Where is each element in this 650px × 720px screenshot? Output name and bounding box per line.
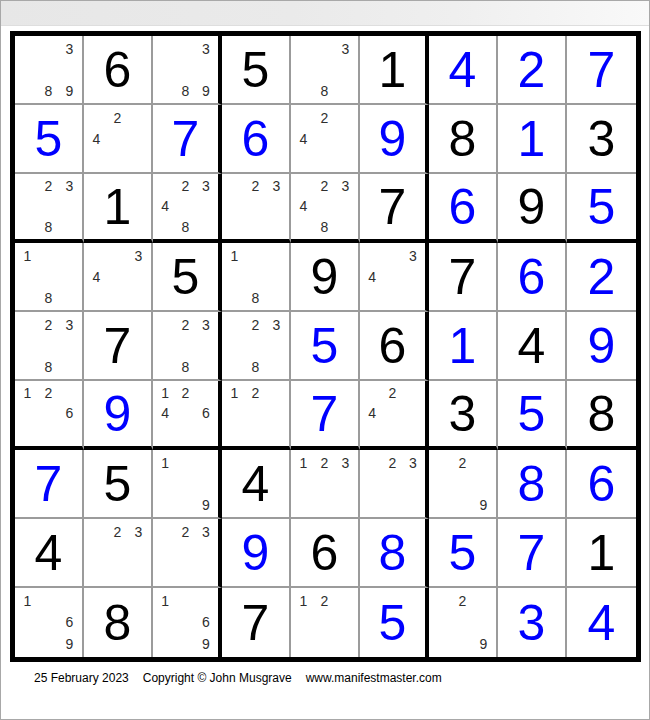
cell-r6c4[interactable]: 12 xyxy=(222,381,291,450)
solved-digit: 9 xyxy=(379,114,407,164)
cell-r4c1[interactable]: 18 xyxy=(15,243,84,312)
candidates-grid: 23 xyxy=(86,521,149,584)
cell-r6c8[interactable]: 5 xyxy=(498,381,567,450)
candidate-digit: 2 xyxy=(452,452,473,473)
footer-copyright: Copyright © John Musgrave xyxy=(143,671,292,685)
candidates-grid: 1246 xyxy=(155,383,216,444)
candidate-digit: 1 xyxy=(17,245,38,266)
cell-r9c8[interactable]: 3 xyxy=(498,588,567,657)
cell-r2c4[interactable]: 6 xyxy=(222,105,291,174)
cell-r1c9[interactable]: 7 xyxy=(567,36,636,105)
cell-r1c8[interactable]: 2 xyxy=(498,36,567,105)
candidate-digit: 2 xyxy=(382,452,402,473)
candidate-digit: 3 xyxy=(266,314,287,335)
candidate-digit: 3 xyxy=(128,521,149,542)
candidate-digit: 2 xyxy=(245,383,266,403)
cell-r2c9[interactable]: 3 xyxy=(567,105,636,174)
cell-r6c2[interactable]: 9 xyxy=(84,381,153,450)
candidate-digit: 3 xyxy=(196,38,216,59)
candidate-digit: 3 xyxy=(335,38,356,59)
solved-digit: 9 xyxy=(242,528,270,578)
cell-r2c3[interactable]: 7 xyxy=(153,105,222,174)
candidate-digit: 8 xyxy=(175,217,195,237)
candidates-grid: 34 xyxy=(86,245,149,308)
cell-r5c5[interactable]: 5 xyxy=(291,312,360,381)
cell-r3c2[interactable]: 1 xyxy=(84,174,153,243)
candidates-grid: 238 xyxy=(155,314,216,377)
candidates-grid: 389 xyxy=(17,38,80,101)
candidate-digit: 9 xyxy=(59,633,80,655)
solved-digit: 7 xyxy=(35,459,63,509)
candidate-digit: 1 xyxy=(224,383,245,403)
cell-r7c9[interactable]: 6 xyxy=(567,450,636,519)
solved-digit: 6 xyxy=(449,182,477,232)
cell-r2c2[interactable]: 24 xyxy=(84,105,153,174)
cell-r5c3[interactable]: 238 xyxy=(153,312,222,381)
candidates-grid: 18 xyxy=(17,245,80,308)
cell-r9c5[interactable]: 12 xyxy=(291,588,360,657)
candidate-digit: 4 xyxy=(86,128,107,149)
cell-r9c9[interactable]: 4 xyxy=(567,588,636,657)
candidate-digit: 8 xyxy=(38,287,59,308)
solved-digit: 7 xyxy=(588,45,616,95)
cell-r8c1[interactable]: 4 xyxy=(15,519,84,588)
cell-r7c4[interactable]: 4 xyxy=(222,450,291,519)
cell-r4c7[interactable]: 7 xyxy=(429,243,498,312)
cell-r3c6[interactable]: 7 xyxy=(360,174,429,243)
candidate-digit: 3 xyxy=(266,176,287,196)
candidate-digit: 4 xyxy=(155,403,175,423)
candidate-digit: 8 xyxy=(175,80,195,101)
candidate-digit: 8 xyxy=(38,80,59,101)
sudoku-board: 3896389538142752476249813238123482323487… xyxy=(10,31,641,662)
candidate-digit: 3 xyxy=(335,452,356,473)
given-digit: 3 xyxy=(449,389,477,439)
candidates-grid: 19 xyxy=(155,452,216,515)
candidates-grid: 169 xyxy=(155,590,216,655)
candidates-grid: 126 xyxy=(17,383,80,444)
cell-r9c7[interactable]: 29 xyxy=(429,588,498,657)
candidate-digit: 2 xyxy=(175,521,195,542)
cell-r8c8[interactable]: 7 xyxy=(498,519,567,588)
given-digit: 5 xyxy=(172,252,200,302)
candidate-digit: 3 xyxy=(335,176,356,196)
candidate-digit: 9 xyxy=(196,80,216,101)
cell-r8c9[interactable]: 1 xyxy=(567,519,636,588)
candidate-digit: 2 xyxy=(314,107,335,128)
candidates-grid: 238 xyxy=(224,314,287,377)
solved-digit: 9 xyxy=(588,321,616,371)
candidate-digit: 9 xyxy=(473,633,494,655)
candidate-digit: 4 xyxy=(293,196,314,216)
candidate-digit: 3 xyxy=(403,452,423,473)
cell-r2c1[interactable]: 5 xyxy=(15,105,84,174)
candidates-grid: 23 xyxy=(155,521,216,584)
candidate-digit: 3 xyxy=(403,245,423,266)
solved-digit: 6 xyxy=(242,114,270,164)
cell-r2c5[interactable]: 24 xyxy=(291,105,360,174)
cell-r1c3[interactable]: 389 xyxy=(153,36,222,105)
given-digit: 5 xyxy=(242,45,270,95)
solved-digit: 5 xyxy=(449,528,477,578)
cell-r8c7[interactable]: 5 xyxy=(429,519,498,588)
candidates-grid: 24 xyxy=(362,383,423,444)
candidates-grid: 23 xyxy=(362,452,423,515)
solved-digit: 5 xyxy=(588,182,616,232)
candidate-digit: 2 xyxy=(107,521,128,542)
cell-r9c6[interactable]: 5 xyxy=(360,588,429,657)
given-digit: 6 xyxy=(104,45,132,95)
candidate-digit: 3 xyxy=(59,38,80,59)
solved-digit: 1 xyxy=(518,114,546,164)
candidate-digit: 1 xyxy=(293,590,314,612)
candidate-digit: 1 xyxy=(17,383,38,403)
cell-r8c5[interactable]: 6 xyxy=(291,519,360,588)
cell-r5c9[interactable]: 9 xyxy=(567,312,636,381)
cell-r4c8[interactable]: 6 xyxy=(498,243,567,312)
candidate-digit: 3 xyxy=(196,314,216,335)
solved-digit: 5 xyxy=(35,114,63,164)
cell-r4c4[interactable]: 18 xyxy=(222,243,291,312)
candidate-digit: 9 xyxy=(196,633,216,655)
website-url: www.manifestmaster.com xyxy=(306,671,442,685)
cell-r6c1[interactable]: 126 xyxy=(15,381,84,450)
cell-r7c3[interactable]: 19 xyxy=(153,450,222,519)
cell-r4c3[interactable]: 5 xyxy=(153,243,222,312)
solved-digit: 8 xyxy=(518,459,546,509)
solved-digit: 5 xyxy=(379,598,407,648)
solved-digit: 6 xyxy=(588,459,616,509)
candidate-digit: 3 xyxy=(59,176,80,196)
candidate-digit: 2 xyxy=(245,176,266,196)
given-digit: 7 xyxy=(379,182,407,232)
cell-r1c5[interactable]: 38 xyxy=(291,36,360,105)
candidate-digit: 2 xyxy=(175,176,195,196)
given-digit: 1 xyxy=(104,182,132,232)
given-digit: 4 xyxy=(35,528,63,578)
cell-r1c2[interactable]: 6 xyxy=(84,36,153,105)
candidate-digit: 2 xyxy=(107,107,128,128)
candidate-digit: 1 xyxy=(155,383,175,403)
solved-digit: 9 xyxy=(104,389,132,439)
given-digit: 8 xyxy=(588,389,616,439)
given-digit: 7 xyxy=(449,252,477,302)
given-digit: 7 xyxy=(242,598,270,648)
footer-date: 25 February 2023 xyxy=(34,671,129,685)
solved-digit: 5 xyxy=(518,389,546,439)
given-digit: 8 xyxy=(104,598,132,648)
given-digit: 7 xyxy=(104,321,132,371)
solved-digit: 3 xyxy=(518,598,546,648)
candidate-digit: 1 xyxy=(224,245,245,266)
cell-r1c4[interactable]: 5 xyxy=(222,36,291,105)
cell-r9c3[interactable]: 169 xyxy=(153,588,222,657)
candidate-digit: 4 xyxy=(155,196,175,216)
candidates-grid: 12 xyxy=(224,383,287,444)
given-digit: 8 xyxy=(449,114,477,164)
candidate-digit: 3 xyxy=(128,245,149,266)
solved-digit: 2 xyxy=(518,45,546,95)
candidate-digit: 2 xyxy=(175,314,195,335)
candidate-digit: 6 xyxy=(59,403,80,423)
solved-digit: 7 xyxy=(518,528,546,578)
solved-digit: 4 xyxy=(449,45,477,95)
sudoku-page: 3896389538142752476249813238123482323487… xyxy=(0,0,650,720)
cell-r3c9[interactable]: 5 xyxy=(567,174,636,243)
solved-digit: 1 xyxy=(449,321,477,371)
candidate-digit: 8 xyxy=(38,356,59,377)
solved-digit: 6 xyxy=(518,252,546,302)
cell-r7c5[interactable]: 123 xyxy=(291,450,360,519)
cell-r3c5[interactable]: 2348 xyxy=(291,174,360,243)
cell-r6c3[interactable]: 1246 xyxy=(153,381,222,450)
candidates-grid: 29 xyxy=(431,590,494,655)
candidates-grid: 29 xyxy=(431,452,494,515)
candidate-digit: 2 xyxy=(38,314,59,335)
cell-r8c6[interactable]: 8 xyxy=(360,519,429,588)
given-digit: 9 xyxy=(311,252,339,302)
cell-r5c7[interactable]: 1 xyxy=(429,312,498,381)
cell-r7c6[interactable]: 23 xyxy=(360,450,429,519)
solved-digit: 2 xyxy=(588,252,616,302)
cell-r5c4[interactable]: 238 xyxy=(222,312,291,381)
solved-digit: 4 xyxy=(588,598,616,648)
candidates-grid: 238 xyxy=(17,176,80,237)
candidate-digit: 1 xyxy=(155,452,175,473)
candidate-digit: 3 xyxy=(196,176,216,196)
cell-r7c1[interactable]: 7 xyxy=(15,450,84,519)
candidate-digit: 2 xyxy=(38,383,59,403)
cell-r4c2[interactable]: 34 xyxy=(84,243,153,312)
given-digit: 4 xyxy=(518,321,546,371)
candidates-grid: 2348 xyxy=(293,176,356,237)
candidates-grid: 2348 xyxy=(155,176,216,237)
candidate-digit: 8 xyxy=(245,356,266,377)
candidate-digit: 9 xyxy=(196,494,216,515)
candidate-digit: 1 xyxy=(17,590,38,612)
candidates-grid: 238 xyxy=(17,314,80,377)
candidate-digit: 6 xyxy=(59,612,80,634)
cell-r6c6[interactable]: 24 xyxy=(360,381,429,450)
cell-r7c7[interactable]: 29 xyxy=(429,450,498,519)
cell-r4c5[interactable]: 9 xyxy=(291,243,360,312)
candidates-grid: 24 xyxy=(293,107,356,170)
candidate-digit: 8 xyxy=(245,287,266,308)
candidates-grid: 123 xyxy=(293,452,356,515)
cell-r3c1[interactable]: 238 xyxy=(15,174,84,243)
cell-r4c6[interactable]: 34 xyxy=(360,243,429,312)
candidate-digit: 8 xyxy=(175,356,195,377)
candidate-digit: 4 xyxy=(362,266,382,287)
cell-r2c7[interactable]: 8 xyxy=(429,105,498,174)
cell-r3c3[interactable]: 2348 xyxy=(153,174,222,243)
candidate-digit: 2 xyxy=(175,383,195,403)
cell-r6c7[interactable]: 3 xyxy=(429,381,498,450)
candidates-grid: 12 xyxy=(293,590,356,655)
candidate-digit: 2 xyxy=(245,314,266,335)
cell-r7c8[interactable]: 8 xyxy=(498,450,567,519)
cell-r1c7[interactable]: 4 xyxy=(429,36,498,105)
cell-r9c2[interactable]: 8 xyxy=(84,588,153,657)
candidate-digit: 1 xyxy=(293,452,314,473)
candidate-digit: 3 xyxy=(59,314,80,335)
candidate-digit: 9 xyxy=(473,494,494,515)
cell-r2c6[interactable]: 9 xyxy=(360,105,429,174)
candidate-digit: 6 xyxy=(196,612,216,634)
window-header-bar xyxy=(1,1,649,26)
given-digit: 1 xyxy=(588,528,616,578)
candidate-digit: 3 xyxy=(196,521,216,542)
candidate-digit: 2 xyxy=(314,452,335,473)
cell-r3c4[interactable]: 23 xyxy=(222,174,291,243)
candidates-grid: 18 xyxy=(224,245,287,308)
solved-digit: 8 xyxy=(379,528,407,578)
given-digit: 5 xyxy=(104,459,132,509)
candidate-digit: 9 xyxy=(59,80,80,101)
candidate-digit: 1 xyxy=(155,590,175,612)
candidate-digit: 8 xyxy=(314,80,335,101)
solved-digit: 5 xyxy=(311,321,339,371)
candidate-digit: 2 xyxy=(38,176,59,196)
candidate-digit: 2 xyxy=(382,383,402,403)
candidate-digit: 6 xyxy=(196,403,216,423)
solved-digit: 7 xyxy=(311,389,339,439)
cell-r3c7[interactable]: 6 xyxy=(429,174,498,243)
cell-r8c4[interactable]: 9 xyxy=(222,519,291,588)
cell-r5c2[interactable]: 7 xyxy=(84,312,153,381)
given-digit: 9 xyxy=(518,182,546,232)
cell-r9c1[interactable]: 169 xyxy=(15,588,84,657)
candidate-digit: 2 xyxy=(452,590,473,612)
solved-digit: 7 xyxy=(172,114,200,164)
cell-r3c8[interactable]: 9 xyxy=(498,174,567,243)
candidate-digit: 4 xyxy=(86,266,107,287)
cell-r8c3[interactable]: 23 xyxy=(153,519,222,588)
given-digit: 1 xyxy=(379,45,407,95)
candidates-grid: 34 xyxy=(362,245,423,308)
given-digit: 6 xyxy=(379,321,407,371)
cell-r6c9[interactable]: 8 xyxy=(567,381,636,450)
candidates-grid: 38 xyxy=(293,38,356,101)
candidate-digit: 2 xyxy=(314,590,335,612)
cell-r5c1[interactable]: 238 xyxy=(15,312,84,381)
candidates-grid: 169 xyxy=(17,590,80,655)
candidates-grid: 24 xyxy=(86,107,149,170)
cell-r5c8[interactable]: 4 xyxy=(498,312,567,381)
cell-r6c5[interactable]: 7 xyxy=(291,381,360,450)
given-digit: 6 xyxy=(311,528,339,578)
cell-r9c4[interactable]: 7 xyxy=(222,588,291,657)
cell-r1c6[interactable]: 1 xyxy=(360,36,429,105)
candidates-grid: 389 xyxy=(155,38,216,101)
candidates-grid: 23 xyxy=(224,176,287,237)
footer: 25 February 2023 Copyright © John Musgra… xyxy=(34,671,442,685)
candidate-digit: 2 xyxy=(314,176,335,196)
cell-r7c2[interactable]: 5 xyxy=(84,450,153,519)
given-digit: 3 xyxy=(588,114,616,164)
cell-r1c1[interactable]: 389 xyxy=(15,36,84,105)
cell-r2c8[interactable]: 1 xyxy=(498,105,567,174)
cell-r4c9[interactable]: 2 xyxy=(567,243,636,312)
given-digit: 4 xyxy=(242,459,270,509)
candidate-digit: 4 xyxy=(293,128,314,149)
cell-r8c2[interactable]: 23 xyxy=(84,519,153,588)
candidate-digit: 4 xyxy=(362,403,382,423)
candidate-digit: 8 xyxy=(38,217,59,237)
cell-r5c6[interactable]: 6 xyxy=(360,312,429,381)
candidate-digit: 8 xyxy=(314,217,335,237)
